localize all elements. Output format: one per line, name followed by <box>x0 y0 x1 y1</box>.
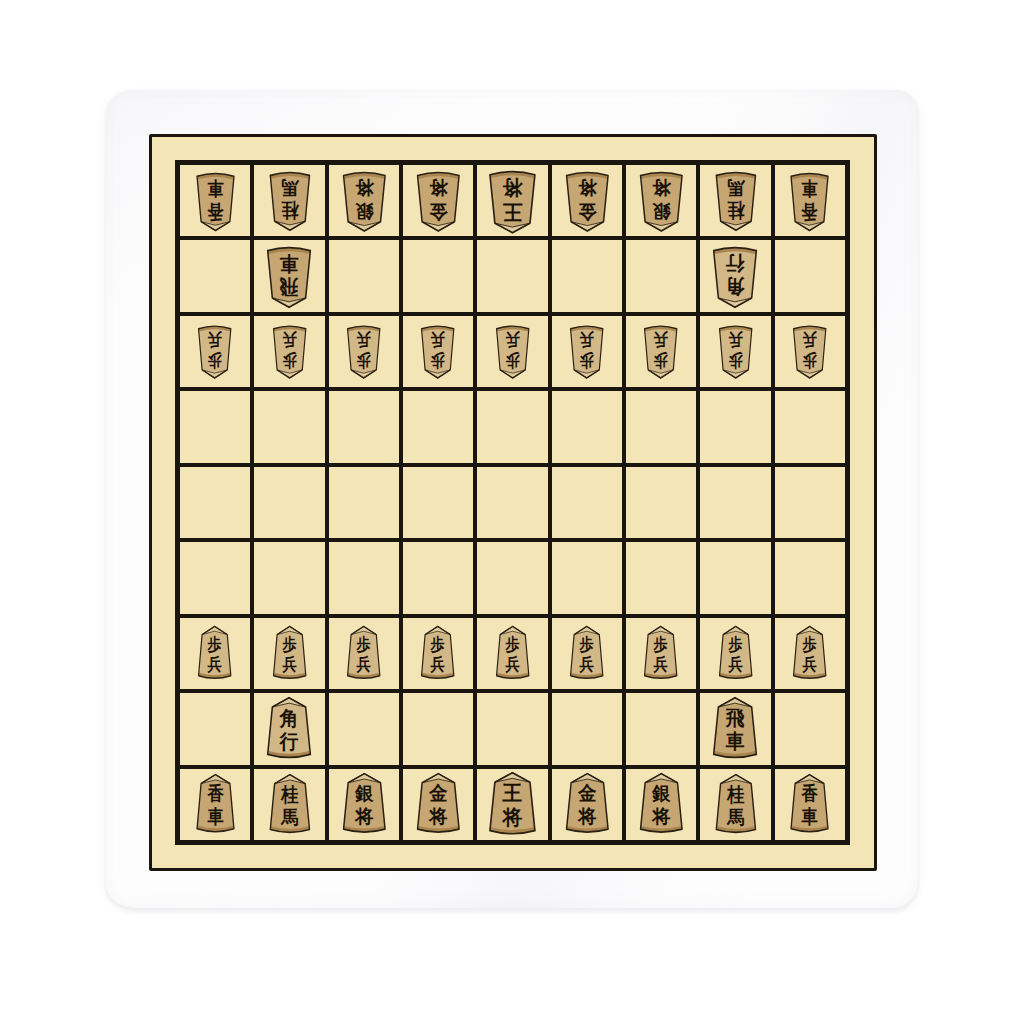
koma-kanji-top: 歩 <box>579 634 594 655</box>
koma-sente-pawn[interactable]: 歩兵 <box>344 625 383 681</box>
cell-4-3[interactable]: 歩兵 <box>550 314 624 389</box>
cell-6-1[interactable]: 金将 <box>401 163 475 238</box>
cell-3-6[interactable] <box>624 540 698 615</box>
koma-sente-lance[interactable]: 香車 <box>193 773 238 835</box>
koma-gote-silver[interactable]: 銀将 <box>636 169 687 233</box>
koma-kanji-top: 歩 <box>431 351 446 372</box>
cell-6-3[interactable]: 歩兵 <box>401 314 475 389</box>
koma-shape: 歩兵 <box>567 323 606 379</box>
koma-kanji-top: 歩 <box>208 351 223 372</box>
cell-8-8[interactable]: 角行 <box>252 691 326 766</box>
koma-kanji-top: 桂 <box>726 200 745 222</box>
koma-kanji-top: 角 <box>726 275 746 299</box>
cell-5-8[interactable] <box>475 691 549 766</box>
koma-sente-knight[interactable]: 桂馬 <box>712 773 760 836</box>
cell-4-2[interactable] <box>550 238 624 313</box>
koma-kanji-bottom: 馬 <box>281 177 299 199</box>
koma-gote-pawn[interactable]: 歩兵 <box>493 323 532 379</box>
koma-kanji-top: 王 <box>503 200 524 224</box>
cell-2-1[interactable]: 桂馬 <box>698 163 772 238</box>
koma-sente-bishop[interactable]: 角行 <box>263 696 315 761</box>
koma-sente-silver[interactable]: 銀将 <box>339 772 390 836</box>
koma-kanji-bottom: 将 <box>578 177 597 199</box>
cell-3-4[interactable] <box>624 389 698 464</box>
cell-4-4[interactable] <box>550 389 624 464</box>
koma-sente-king[interactable]: 王将 <box>485 771 540 837</box>
koma-shape: 角行 <box>263 696 315 761</box>
koma-sente-lance[interactable]: 香車 <box>787 773 832 835</box>
cell-7-3[interactable]: 歩兵 <box>327 314 401 389</box>
koma-sente-silver[interactable]: 銀将 <box>636 772 687 836</box>
koma-kanji-top: 歩 <box>430 634 445 655</box>
koma-shape: 角行 <box>709 244 761 309</box>
koma-shape: 桂馬 <box>712 169 760 232</box>
koma-sente-pawn[interactable]: 歩兵 <box>270 625 309 681</box>
koma-shape: 歩兵 <box>195 323 234 379</box>
cell-5-3[interactable]: 歩兵 <box>475 314 549 389</box>
koma-shape: 歩兵 <box>641 323 680 379</box>
koma-gote-king[interactable]: 王将 <box>485 168 540 234</box>
koma-kanji-top: 角 <box>279 706 299 730</box>
cell-9-7[interactable]: 歩兵 <box>178 616 252 691</box>
koma-shape: 香車 <box>193 773 238 835</box>
koma-gote-pawn[interactable]: 歩兵 <box>790 323 829 379</box>
koma-shape: 飛車 <box>709 696 761 761</box>
koma-kanji-bottom: 将 <box>429 177 448 199</box>
cell-2-8[interactable]: 飛車 <box>698 691 772 766</box>
koma-kanji-bottom: 車 <box>725 730 745 754</box>
koma-kanji-bottom: 兵 <box>356 654 371 675</box>
cell-6-9[interactable]: 金将 <box>401 767 475 842</box>
cell-7-2[interactable] <box>327 238 401 313</box>
koma-gote-lance[interactable]: 香車 <box>193 170 238 232</box>
cell-6-8[interactable] <box>401 691 475 766</box>
cell-6-5[interactable] <box>401 465 475 540</box>
koma-kanji-bottom: 兵 <box>802 654 817 675</box>
koma-shape: 歩兵 <box>418 323 457 379</box>
koma-shape: 飛車 <box>263 244 315 309</box>
koma-shape: 歩兵 <box>195 625 234 681</box>
cell-4-9[interactable]: 金将 <box>550 767 624 842</box>
koma-kanji-bottom: 兵 <box>208 330 223 351</box>
koma-shape: 金将 <box>562 772 613 836</box>
cell-3-1[interactable]: 銀将 <box>624 163 698 238</box>
koma-kanji-bottom: 兵 <box>431 330 446 351</box>
koma-sente-pawn[interactable]: 歩兵 <box>195 625 234 681</box>
cell-7-7[interactable]: 歩兵 <box>327 616 401 691</box>
koma-kanji-top: 金 <box>578 200 597 222</box>
cell-1-8[interactable] <box>773 691 847 766</box>
koma-kanji-bottom: 兵 <box>430 654 445 675</box>
koma-kanji-bottom: 将 <box>354 806 373 828</box>
cell-1-1[interactable]: 香車 <box>773 163 847 238</box>
koma-shape: 歩兵 <box>716 323 755 379</box>
cell-5-6[interactable] <box>475 540 549 615</box>
koma-kanji-bottom: 行 <box>726 251 746 275</box>
cell-1-9[interactable]: 香車 <box>773 767 847 842</box>
cell-1-2[interactable] <box>773 238 847 313</box>
cell-3-2[interactable] <box>624 238 698 313</box>
koma-sente-rook[interactable]: 飛車 <box>709 696 761 761</box>
bandana-fabric: 香車桂馬銀将金将王将金将銀将桂馬香車飛車角行歩兵歩兵歩兵歩兵歩兵歩兵歩兵歩兵歩兵… <box>106 90 918 908</box>
cell-5-4[interactable] <box>475 389 549 464</box>
koma-shape: 歩兵 <box>716 625 755 681</box>
koma-kanji-bottom: 兵 <box>282 330 297 351</box>
koma-kanji-top: 銀 <box>651 783 671 805</box>
koma-kanji-top: 歩 <box>580 351 595 372</box>
cell-8-9[interactable]: 桂馬 <box>252 767 326 842</box>
koma-sente-pawn[interactable]: 歩兵 <box>641 625 680 681</box>
cell-9-4[interactable] <box>178 389 252 464</box>
cell-3-3[interactable]: 歩兵 <box>624 314 698 389</box>
koma-gote-pawn[interactable]: 歩兵 <box>270 323 309 379</box>
koma-kanji-top: 歩 <box>654 351 669 372</box>
koma-kanji-bottom: 兵 <box>579 654 594 675</box>
cell-2-3[interactable]: 歩兵 <box>698 314 772 389</box>
cell-2-7[interactable]: 歩兵 <box>698 616 772 691</box>
koma-kanji-bottom: 馬 <box>727 177 745 199</box>
koma-kanji-top: 歩 <box>653 634 668 655</box>
koma-gote-pawn[interactable]: 歩兵 <box>567 323 606 379</box>
cell-7-1[interactable]: 銀将 <box>327 163 401 238</box>
koma-kanji-bottom: 将 <box>577 806 596 828</box>
koma-shape: 香車 <box>787 773 832 835</box>
cell-7-8[interactable] <box>327 691 401 766</box>
koma-shape: 歩兵 <box>270 323 309 379</box>
cell-9-1[interactable]: 香車 <box>178 163 252 238</box>
koma-shape: 銀将 <box>339 772 390 836</box>
koma-kanji-top: 金 <box>429 200 448 222</box>
product-photo: 香車桂馬銀将金将王将金将銀将桂馬香車飛車角行歩兵歩兵歩兵歩兵歩兵歩兵歩兵歩兵歩兵… <box>0 0 1024 1024</box>
koma-kanji-top: 香 <box>207 200 224 222</box>
koma-kanji-top: 銀 <box>354 200 374 222</box>
koma-gote-knight[interactable]: 桂馬 <box>712 169 760 232</box>
koma-kanji-top: 歩 <box>356 634 371 655</box>
koma-kanji-bottom: 将 <box>651 806 670 828</box>
cell-8-1[interactable]: 桂馬 <box>252 163 326 238</box>
cell-3-8[interactable] <box>624 691 698 766</box>
koma-kanji-top: 香 <box>801 200 818 221</box>
koma-kanji-bottom: 馬 <box>280 806 298 828</box>
koma-kanji-bottom: 車 <box>207 177 224 199</box>
koma-gote-pawn[interactable]: 歩兵 <box>641 323 680 379</box>
koma-sente-pawn[interactable]: 歩兵 <box>567 625 606 681</box>
cell-7-4[interactable] <box>327 389 401 464</box>
cell-4-6[interactable] <box>550 540 624 615</box>
cell-3-7[interactable]: 歩兵 <box>624 616 698 691</box>
koma-shape: 桂馬 <box>266 169 314 232</box>
koma-shape: 香車 <box>193 170 238 232</box>
cell-8-4[interactable] <box>252 389 326 464</box>
koma-kanji-top: 香 <box>206 783 223 805</box>
koma-shape: 歩兵 <box>344 625 383 681</box>
cell-5-5[interactable] <box>475 465 549 540</box>
cell-5-1[interactable]: 王将 <box>475 163 549 238</box>
koma-shape: 銀将 <box>339 169 390 233</box>
cell-6-6[interactable] <box>401 540 475 615</box>
koma-kanji-top: 歩 <box>282 634 297 655</box>
koma-kanji-top: 桂 <box>280 783 299 805</box>
koma-kanji-top: 歩 <box>505 634 520 655</box>
koma-kanji-bottom: 兵 <box>207 654 222 675</box>
cell-2-5[interactable] <box>698 465 772 540</box>
cell-4-7[interactable]: 歩兵 <box>550 616 624 691</box>
cell-3-9[interactable]: 銀将 <box>624 767 698 842</box>
koma-kanji-top: 銀 <box>651 200 671 222</box>
koma-kanji-top: 金 <box>577 783 596 805</box>
cell-9-3[interactable]: 歩兵 <box>178 314 252 389</box>
koma-shape: 銀将 <box>636 169 687 233</box>
koma-shape: 歩兵 <box>418 625 457 681</box>
cell-9-5[interactable] <box>178 465 252 540</box>
koma-kanji-bottom: 将 <box>503 175 524 199</box>
cell-9-8[interactable] <box>178 691 252 766</box>
cell-8-6[interactable] <box>252 540 326 615</box>
koma-gote-rook[interactable]: 飛車 <box>263 244 315 309</box>
koma-kanji-top: 銀 <box>354 783 374 805</box>
koma-shape: 桂馬 <box>266 773 314 836</box>
koma-kanji-top: 王 <box>502 781 523 805</box>
koma-kanji-top: 香 <box>801 783 818 804</box>
cell-6-7[interactable]: 歩兵 <box>401 616 475 691</box>
koma-shape: 歩兵 <box>567 625 606 681</box>
koma-shape: 王将 <box>485 168 540 234</box>
koma-shape: 王将 <box>485 771 540 837</box>
cell-8-5[interactable] <box>252 465 326 540</box>
koma-kanji-top: 歩 <box>282 351 297 372</box>
koma-shape: 歩兵 <box>344 323 383 379</box>
koma-kanji-bottom: 将 <box>428 806 447 828</box>
koma-sente-pawn[interactable]: 歩兵 <box>493 625 532 681</box>
koma-kanji-bottom: 兵 <box>728 330 743 351</box>
koma-sente-pawn[interactable]: 歩兵 <box>716 625 755 681</box>
koma-kanji-bottom: 車 <box>801 806 818 827</box>
cell-2-6[interactable] <box>698 540 772 615</box>
koma-kanji-top: 歩 <box>728 634 743 655</box>
koma-shape: 歩兵 <box>270 625 309 681</box>
koma-kanji-top: 桂 <box>726 783 745 805</box>
cell-9-6[interactable] <box>178 540 252 615</box>
koma-sente-pawn[interactable]: 歩兵 <box>790 625 829 681</box>
koma-kanji-top: 金 <box>428 783 447 805</box>
koma-kanji-bottom: 兵 <box>282 654 297 675</box>
koma-kanji-bottom: 将 <box>502 805 523 829</box>
cell-1-6[interactable] <box>773 540 847 615</box>
cell-2-4[interactable] <box>698 389 772 464</box>
cell-5-2[interactable] <box>475 238 549 313</box>
koma-kanji-bottom: 兵 <box>505 654 520 675</box>
koma-kanji-bottom: 兵 <box>803 330 818 351</box>
cell-8-7[interactable]: 歩兵 <box>252 616 326 691</box>
cell-6-2[interactable] <box>401 238 475 313</box>
koma-gote-gold[interactable]: 金将 <box>413 169 464 233</box>
koma-kanji-bottom: 兵 <box>728 654 743 675</box>
cell-7-6[interactable] <box>327 540 401 615</box>
koma-gote-pawn[interactable]: 歩兵 <box>716 323 755 379</box>
cell-7-9[interactable]: 銀将 <box>327 767 401 842</box>
koma-kanji-bottom: 兵 <box>357 330 372 351</box>
koma-gote-bishop[interactable]: 角行 <box>709 244 761 309</box>
koma-kanji-bottom: 車 <box>280 251 300 275</box>
koma-kanji-top: 飛 <box>725 706 745 730</box>
koma-kanji-top: 歩 <box>207 634 222 655</box>
cell-9-2[interactable] <box>178 238 252 313</box>
cell-1-4[interactable] <box>773 389 847 464</box>
koma-kanji-bottom: 車 <box>801 177 818 198</box>
koma-sente-gold[interactable]: 金将 <box>562 772 613 836</box>
koma-shape: 歩兵 <box>493 323 532 379</box>
cell-6-4[interactable] <box>401 389 475 464</box>
koma-kanji-bottom: 兵 <box>654 330 669 351</box>
koma-kanji-bottom: 馬 <box>726 806 744 828</box>
koma-shape: 金将 <box>562 169 613 233</box>
koma-sente-gold[interactable]: 金将 <box>413 772 464 836</box>
koma-shape: 銀将 <box>636 772 687 836</box>
koma-kanji-top: 歩 <box>803 351 818 372</box>
koma-kanji-bottom: 兵 <box>653 654 668 675</box>
koma-gote-silver[interactable]: 銀将 <box>339 169 390 233</box>
koma-kanji-bottom: 将 <box>652 177 671 199</box>
koma-gote-gold[interactable]: 金将 <box>562 169 613 233</box>
cell-9-9[interactable]: 香車 <box>178 767 252 842</box>
koma-shape: 歩兵 <box>641 625 680 681</box>
shogi-board: 香車桂馬銀将金将王将金将銀将桂馬香車飛車角行歩兵歩兵歩兵歩兵歩兵歩兵歩兵歩兵歩兵… <box>149 134 877 871</box>
koma-kanji-top: 歩 <box>728 351 743 372</box>
koma-shape: 桂馬 <box>712 773 760 836</box>
cell-4-1[interactable]: 金将 <box>550 163 624 238</box>
koma-sente-knight[interactable]: 桂馬 <box>266 773 314 836</box>
cell-2-9[interactable]: 桂馬 <box>698 767 772 842</box>
cell-5-9[interactable]: 王将 <box>475 767 549 842</box>
koma-gote-pawn[interactable]: 歩兵 <box>418 323 457 379</box>
koma-kanji-bottom: 行 <box>279 730 299 754</box>
cell-5-7[interactable]: 歩兵 <box>475 616 549 691</box>
koma-kanji-bottom: 兵 <box>580 330 595 351</box>
koma-gote-knight[interactable]: 桂馬 <box>266 169 314 232</box>
koma-kanji-bottom: 将 <box>355 177 374 199</box>
koma-kanji-bottom: 車 <box>206 806 223 828</box>
koma-shape: 金将 <box>413 772 464 836</box>
koma-gote-pawn[interactable]: 歩兵 <box>195 323 234 379</box>
koma-gote-pawn[interactable]: 歩兵 <box>344 323 383 379</box>
koma-shape: 歩兵 <box>790 625 829 681</box>
koma-kanji-bottom: 兵 <box>505 330 520 351</box>
cell-4-8[interactable] <box>550 691 624 766</box>
koma-kanji-top: 飛 <box>280 275 300 299</box>
cell-7-5[interactable] <box>327 465 401 540</box>
board-grid: 香車桂馬銀将金将王将金将銀将桂馬香車飛車角行歩兵歩兵歩兵歩兵歩兵歩兵歩兵歩兵歩兵… <box>175 160 850 845</box>
koma-sente-pawn[interactable]: 歩兵 <box>418 625 457 681</box>
cell-8-2[interactable]: 飛車 <box>252 238 326 313</box>
cell-3-5[interactable] <box>624 465 698 540</box>
koma-gote-lance[interactable]: 香車 <box>787 170 832 232</box>
koma-shape: 香車 <box>787 170 832 232</box>
cell-8-3[interactable]: 歩兵 <box>252 314 326 389</box>
koma-kanji-top: 桂 <box>280 200 299 222</box>
cell-4-5[interactable] <box>550 465 624 540</box>
cell-1-7[interactable]: 歩兵 <box>773 616 847 691</box>
cell-1-5[interactable] <box>773 465 847 540</box>
koma-kanji-top: 歩 <box>802 634 817 655</box>
cell-1-3[interactable]: 歩兵 <box>773 314 847 389</box>
koma-shape: 金将 <box>413 169 464 233</box>
cell-2-2[interactable]: 角行 <box>698 238 772 313</box>
koma-shape: 歩兵 <box>493 625 532 681</box>
koma-kanji-top: 歩 <box>357 351 372 372</box>
koma-kanji-top: 歩 <box>505 351 520 372</box>
koma-shape: 歩兵 <box>790 323 829 379</box>
